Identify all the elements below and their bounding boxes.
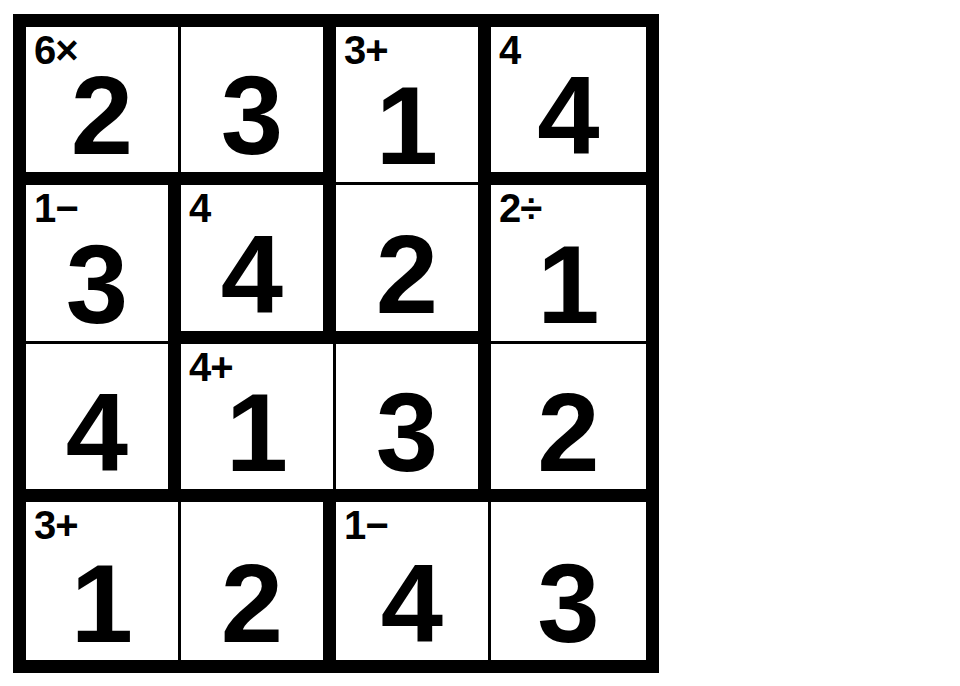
cell-value: 2: [336, 219, 478, 331]
cell-value: 4: [336, 548, 488, 660]
cell-value: 2: [181, 548, 323, 660]
cell-r1c1[interactable]: 44: [181, 185, 336, 343]
cell-r0c2[interactable]: 3+1: [336, 27, 491, 185]
cell-r1c3[interactable]: 2÷1: [491, 185, 646, 343]
cell-r1c0[interactable]: 1−3: [26, 185, 181, 343]
cell-value: 3: [181, 60, 323, 172]
cell-r3c1[interactable]: 2: [181, 502, 336, 660]
cell-value: 1: [26, 548, 178, 660]
cell-value: 2: [26, 60, 178, 172]
page-background: 6×233+1441−34422÷144+1323+121−43: [0, 0, 960, 686]
cell-r0c3[interactable]: 44: [491, 27, 646, 185]
cell-value: 1: [491, 229, 646, 341]
cell-value: 4: [491, 60, 646, 172]
cell-r2c0[interactable]: 4: [26, 344, 181, 502]
cell-r3c0[interactable]: 3+1: [26, 502, 181, 660]
cell-value: 4: [181, 219, 323, 331]
cell-r2c1[interactable]: 4+1: [181, 344, 336, 502]
cell-value: 1: [181, 377, 333, 489]
cell-value: 2: [491, 377, 646, 489]
cell-value: 1: [336, 70, 478, 182]
kenken-board: 6×233+1441−34422÷144+1323+121−43: [13, 14, 659, 673]
cell-r2c3[interactable]: 2: [491, 344, 646, 502]
cage-clue: 1−: [344, 504, 388, 546]
cell-value: 3: [336, 377, 478, 489]
cell-value: 3: [26, 229, 168, 341]
cell-r3c2[interactable]: 1−4: [336, 502, 491, 660]
cell-r3c3[interactable]: 3: [491, 502, 646, 660]
cell-value: 3: [491, 548, 646, 660]
cell-r2c2[interactable]: 3: [336, 344, 491, 502]
cell-r1c2[interactable]: 2: [336, 185, 491, 343]
cage-clue: 3+: [34, 504, 78, 546]
cell-r0c0[interactable]: 6×2: [26, 27, 181, 185]
cage-clue: 2÷: [499, 187, 541, 229]
cell-r0c1[interactable]: 3: [181, 27, 336, 185]
cell-value: 4: [26, 377, 168, 489]
